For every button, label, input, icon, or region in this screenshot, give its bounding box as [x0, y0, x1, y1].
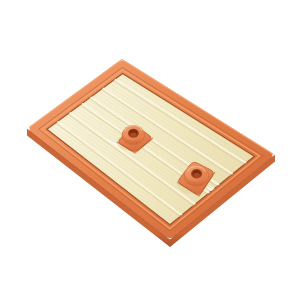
grommet-2-hole-glow: [194, 173, 200, 177]
product-photo: Rectangular engine air filter seen from …: [0, 0, 300, 300]
grommet-1-hole-glow: [130, 133, 136, 137]
air-filter-illustration: Rectangular engine air filter seen from …: [0, 0, 300, 300]
